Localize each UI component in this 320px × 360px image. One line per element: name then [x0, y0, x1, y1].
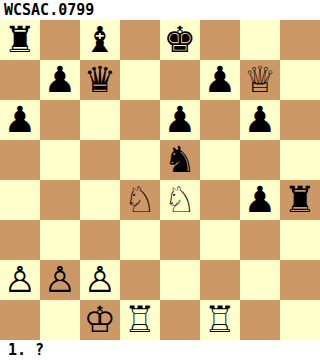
square-h3[interactable] — [280, 220, 320, 260]
square-d1[interactable]: ♖ — [120, 300, 160, 340]
chess-diagram: WCSAC.0799 ♜♝♚♟♛♟♕♟♟♟♞♘♘♟♜♙♙♙♔♖♖ 1. ? — [0, 0, 320, 360]
square-e4[interactable]: ♘ — [160, 180, 200, 220]
square-h8[interactable] — [280, 20, 320, 60]
square-b2[interactable]: ♙ — [40, 260, 80, 300]
square-f1[interactable]: ♖ — [200, 300, 240, 340]
square-a6[interactable]: ♟ — [0, 100, 40, 140]
square-f3[interactable] — [200, 220, 240, 260]
square-g5[interactable] — [240, 140, 280, 180]
square-g7[interactable]: ♕ — [240, 60, 280, 100]
square-e2[interactable] — [160, 260, 200, 300]
square-d7[interactable] — [120, 60, 160, 100]
square-b8[interactable] — [40, 20, 80, 60]
square-g3[interactable] — [240, 220, 280, 260]
square-c4[interactable] — [80, 180, 120, 220]
square-c6[interactable] — [80, 100, 120, 140]
black-pawn: ♟ — [164, 100, 196, 140]
square-g6[interactable]: ♟ — [240, 100, 280, 140]
square-a7[interactable] — [0, 60, 40, 100]
square-a1[interactable] — [0, 300, 40, 340]
white-rook: ♖ — [204, 300, 236, 340]
square-g4[interactable]: ♟ — [240, 180, 280, 220]
square-a8[interactable]: ♜ — [0, 20, 40, 60]
square-a5[interactable] — [0, 140, 40, 180]
square-f2[interactable] — [200, 260, 240, 300]
black-queen: ♛ — [84, 60, 116, 100]
square-c2[interactable]: ♙ — [80, 260, 120, 300]
square-d4[interactable]: ♘ — [120, 180, 160, 220]
square-h5[interactable] — [280, 140, 320, 180]
square-c1[interactable]: ♔ — [80, 300, 120, 340]
black-king: ♚ — [164, 20, 196, 60]
square-c7[interactable]: ♛ — [80, 60, 120, 100]
white-queen: ♕ — [244, 60, 276, 100]
square-e1[interactable] — [160, 300, 200, 340]
square-f4[interactable] — [200, 180, 240, 220]
white-pawn: ♙ — [84, 260, 116, 300]
white-knight: ♘ — [164, 180, 196, 220]
chess-board: ♜♝♚♟♛♟♕♟♟♟♞♘♘♟♜♙♙♙♔♖♖ — [0, 20, 320, 340]
square-h4[interactable]: ♜ — [280, 180, 320, 220]
square-e3[interactable] — [160, 220, 200, 260]
square-a3[interactable] — [0, 220, 40, 260]
white-rook: ♖ — [124, 300, 156, 340]
black-pawn: ♟ — [4, 100, 36, 140]
square-e6[interactable]: ♟ — [160, 100, 200, 140]
square-a4[interactable] — [0, 180, 40, 220]
black-bishop: ♝ — [84, 20, 116, 60]
square-g2[interactable] — [240, 260, 280, 300]
square-d8[interactable] — [120, 20, 160, 60]
square-b5[interactable] — [40, 140, 80, 180]
white-pawn: ♙ — [44, 260, 76, 300]
black-pawn: ♟ — [44, 60, 76, 100]
white-knight: ♘ — [124, 180, 156, 220]
square-c5[interactable] — [80, 140, 120, 180]
square-d3[interactable] — [120, 220, 160, 260]
square-b3[interactable] — [40, 220, 80, 260]
move-prompt: 1. ? — [0, 340, 320, 360]
square-e5[interactable]: ♞ — [160, 140, 200, 180]
square-d6[interactable] — [120, 100, 160, 140]
square-h1[interactable] — [280, 300, 320, 340]
black-pawn: ♟ — [204, 60, 236, 100]
square-f7[interactable]: ♟ — [200, 60, 240, 100]
square-f8[interactable] — [200, 20, 240, 60]
square-g8[interactable] — [240, 20, 280, 60]
square-a2[interactable]: ♙ — [0, 260, 40, 300]
square-c8[interactable]: ♝ — [80, 20, 120, 60]
square-b1[interactable] — [40, 300, 80, 340]
square-g1[interactable] — [240, 300, 280, 340]
square-d5[interactable] — [120, 140, 160, 180]
square-b4[interactable] — [40, 180, 80, 220]
black-pawn: ♟ — [244, 180, 276, 220]
black-pawn: ♟ — [244, 100, 276, 140]
black-rook: ♜ — [4, 20, 36, 60]
square-c3[interactable] — [80, 220, 120, 260]
white-king: ♔ — [84, 300, 116, 340]
diagram-title: WCSAC.0799 — [0, 0, 320, 20]
square-d2[interactable] — [120, 260, 160, 300]
square-h2[interactable] — [280, 260, 320, 300]
black-rook: ♜ — [284, 180, 316, 220]
square-b6[interactable] — [40, 100, 80, 140]
square-f6[interactable] — [200, 100, 240, 140]
square-b7[interactable]: ♟ — [40, 60, 80, 100]
square-e7[interactable] — [160, 60, 200, 100]
square-h6[interactable] — [280, 100, 320, 140]
square-e8[interactable]: ♚ — [160, 20, 200, 60]
white-pawn: ♙ — [4, 260, 36, 300]
square-h7[interactable] — [280, 60, 320, 100]
square-f5[interactable] — [200, 140, 240, 180]
black-knight: ♞ — [164, 140, 196, 180]
